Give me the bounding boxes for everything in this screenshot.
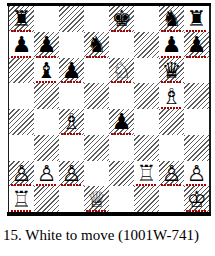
square-f8[interactable] — [134, 6, 159, 32]
square-e3[interactable] — [109, 135, 134, 161]
diagram-caption: 15. White to move (1001W-741) — [3, 227, 213, 244]
square-g1[interactable] — [159, 186, 184, 212]
square-b3[interactable] — [34, 135, 59, 161]
piece-black-pawn: ♟ — [112, 109, 132, 134]
piece-black-pawn: ♟ — [12, 32, 32, 57]
piece-white-rook: ♖ — [137, 161, 157, 186]
red-scan-artifact — [161, 30, 182, 32]
square-b7[interactable]: ♟ — [34, 32, 59, 58]
square-c1[interactable] — [59, 186, 84, 212]
piece-black-knight: ♞ — [87, 32, 107, 57]
square-e5[interactable] — [109, 83, 134, 109]
square-g3[interactable] — [159, 135, 184, 161]
red-scan-artifact — [111, 133, 132, 135]
red-scan-artifact — [161, 81, 182, 83]
square-f1[interactable] — [134, 186, 159, 212]
square-g7[interactable]: ♟ — [159, 32, 184, 58]
piece-white-pawn: ♙ — [12, 161, 32, 186]
square-d3[interactable] — [84, 135, 109, 161]
red-scan-artifact — [86, 56, 107, 58]
square-h6[interactable] — [184, 58, 209, 84]
red-scan-artifact — [36, 56, 57, 58]
piece-black-knight: ♞ — [162, 6, 182, 31]
square-b5[interactable] — [34, 83, 59, 109]
square-b8[interactable] — [34, 6, 59, 32]
square-g6[interactable]: ♛ — [159, 58, 184, 84]
square-a7[interactable]: ♟ — [9, 32, 34, 58]
square-c4[interactable]: ♗ — [59, 109, 84, 135]
chess-diagram: ♜♚♞♜♟♟♞♟♟♝♟♘♛♗♗♟♙♙♙♖♙♙♖♕♔ — [7, 3, 211, 216]
red-scan-artifact — [36, 184, 57, 186]
square-f6[interactable] — [134, 58, 159, 84]
square-c7[interactable] — [59, 32, 84, 58]
square-h4[interactable] — [184, 109, 209, 135]
red-scan-artifact — [11, 30, 32, 32]
square-c6[interactable]: ♟ — [59, 58, 84, 84]
square-g8[interactable]: ♞ — [159, 6, 184, 32]
red-scan-artifact — [36, 81, 57, 83]
piece-white-queen: ♕ — [87, 187, 107, 212]
square-d7[interactable]: ♞ — [84, 32, 109, 58]
red-scan-artifact — [111, 30, 132, 32]
square-h7[interactable]: ♟ — [184, 32, 209, 58]
square-f2[interactable]: ♖ — [134, 161, 159, 187]
piece-white-bishop: ♗ — [162, 84, 182, 109]
piece-black-pawn: ♟ — [37, 32, 57, 57]
square-a5[interactable] — [9, 83, 34, 109]
red-scan-artifact — [61, 133, 82, 135]
red-scan-artifact — [11, 184, 32, 186]
square-e4[interactable]: ♟ — [109, 109, 134, 135]
square-g4[interactable] — [159, 109, 184, 135]
piece-white-pawn: ♙ — [162, 161, 182, 186]
square-g2[interactable]: ♙ — [159, 161, 184, 187]
square-h1[interactable]: ♔ — [184, 186, 209, 212]
square-e7[interactable] — [109, 32, 134, 58]
square-c2[interactable]: ♙ — [59, 161, 84, 187]
red-scan-artifact — [161, 107, 182, 109]
square-f7[interactable] — [134, 32, 159, 58]
square-b1[interactable] — [34, 186, 59, 212]
square-g5[interactable]: ♗ — [159, 83, 184, 109]
red-scan-artifact — [186, 30, 207, 32]
red-scan-artifact — [161, 184, 182, 186]
square-e2[interactable] — [109, 161, 134, 187]
piece-black-rook: ♜ — [12, 6, 32, 31]
square-a2[interactable]: ♙ — [9, 161, 34, 187]
red-scan-artifact — [61, 81, 82, 83]
red-scan-artifact — [111, 81, 132, 83]
square-c8[interactable] — [59, 6, 84, 32]
square-h8[interactable]: ♜ — [184, 6, 209, 32]
red-scan-artifact — [11, 56, 32, 58]
square-b4[interactable] — [34, 109, 59, 135]
square-f4[interactable] — [134, 109, 159, 135]
red-scan-artifact — [186, 210, 207, 212]
square-h2[interactable]: ♙ — [184, 161, 209, 187]
square-f5[interactable] — [134, 83, 159, 109]
square-d8[interactable] — [84, 6, 109, 32]
chess-board: ♜♚♞♜♟♟♞♟♟♝♟♘♛♗♗♟♙♙♙♖♙♙♖♕♔ — [8, 6, 211, 212]
piece-white-knight: ♘ — [112, 58, 132, 83]
red-scan-artifact — [161, 56, 182, 58]
square-b2[interactable]: ♙ — [34, 161, 59, 187]
square-a3[interactable] — [9, 135, 34, 161]
square-e8[interactable]: ♚ — [109, 6, 134, 32]
square-h5[interactable] — [184, 83, 209, 109]
piece-white-pawn: ♙ — [37, 161, 57, 186]
square-d1[interactable]: ♕ — [84, 186, 109, 212]
piece-white-pawn: ♙ — [187, 161, 207, 186]
square-d2[interactable] — [84, 161, 109, 187]
piece-black-queen: ♛ — [162, 58, 182, 83]
square-a1[interactable]: ♖ — [9, 186, 34, 212]
red-scan-artifact — [136, 184, 157, 186]
piece-black-rook: ♜ — [187, 6, 207, 31]
square-a4[interactable] — [9, 109, 34, 135]
square-f3[interactable] — [134, 135, 159, 161]
square-d5[interactable] — [84, 83, 109, 109]
red-scan-artifact — [86, 210, 107, 212]
piece-black-king: ♚ — [112, 6, 132, 31]
red-scan-artifact — [186, 184, 207, 186]
piece-black-pawn: ♟ — [187, 32, 207, 57]
square-b6[interactable]: ♝ — [34, 58, 59, 84]
piece-black-pawn: ♟ — [62, 58, 82, 83]
square-d6[interactable] — [84, 58, 109, 84]
square-d4[interactable] — [84, 109, 109, 135]
piece-black-pawn: ♟ — [162, 32, 182, 57]
red-scan-artifact — [61, 184, 82, 186]
red-scan-artifact — [186, 56, 207, 58]
square-e1[interactable] — [109, 186, 134, 212]
square-h3[interactable] — [184, 135, 209, 161]
piece-black-bishop: ♝ — [37, 58, 57, 83]
piece-white-pawn: ♙ — [62, 161, 82, 186]
piece-white-king: ♔ — [187, 187, 207, 212]
square-c5[interactable] — [59, 83, 84, 109]
square-c3[interactable] — [59, 135, 84, 161]
piece-white-bishop: ♗ — [62, 109, 82, 134]
square-e6[interactable]: ♘ — [109, 58, 134, 84]
piece-white-rook: ♖ — [12, 187, 32, 212]
square-a6[interactable] — [9, 58, 34, 84]
square-a8[interactable]: ♜ — [9, 6, 34, 32]
red-scan-artifact — [11, 210, 32, 212]
